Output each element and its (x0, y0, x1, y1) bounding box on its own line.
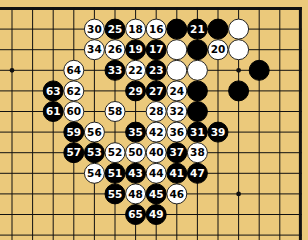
black-stone-icon (208, 122, 228, 142)
white-stone-icon (229, 40, 249, 60)
black-stone-icon (84, 143, 104, 163)
white-stone-icon (187, 143, 207, 163)
go-diagram: 3025181621342619172064332223636229272461… (0, 0, 308, 240)
black-stone-icon (187, 163, 207, 183)
black-stone-icon (43, 102, 63, 122)
black-stone-icon (146, 60, 166, 80)
stone-black-37[interactable]: 37 (167, 143, 187, 163)
black-stone-icon (229, 81, 249, 101)
stone-black[interactable] (187, 102, 207, 122)
white-stone-icon (146, 102, 166, 122)
go-board[interactable]: 3025181621342619172064332223636229272461… (0, 0, 308, 240)
stone-white-18[interactable]: 18 (126, 19, 146, 39)
black-stone-icon (187, 19, 207, 39)
stone-black-27[interactable]: 27 (146, 81, 166, 101)
white-stone-icon (167, 184, 187, 204)
stone-white-44[interactable]: 44 (146, 163, 166, 183)
stone-black[interactable] (187, 40, 207, 60)
stone-white-42[interactable]: 42 (146, 122, 166, 142)
star-point (10, 68, 15, 73)
black-stone-icon (64, 122, 84, 142)
stone-black[interactable] (229, 81, 249, 101)
black-stone-icon (146, 184, 166, 204)
stone-white-30[interactable]: 30 (84, 19, 104, 39)
black-stone-icon (126, 163, 146, 183)
stone-black[interactable] (167, 19, 187, 39)
white-stone-icon (167, 81, 187, 101)
white-stone-icon (146, 143, 166, 163)
white-stone-icon (146, 163, 166, 183)
stone-black-23[interactable]: 23 (146, 60, 166, 80)
stone-black-45[interactable]: 45 (146, 184, 166, 204)
stone-black-39[interactable]: 39 (208, 122, 228, 142)
black-stone-icon (126, 81, 146, 101)
stone-black-63[interactable]: 63 (43, 81, 63, 101)
black-stone-icon (187, 81, 207, 101)
stone-black-57[interactable]: 57 (64, 143, 84, 163)
black-stone-icon (105, 184, 125, 204)
black-stone-icon (249, 60, 269, 80)
stone-white-34[interactable]: 34 (84, 40, 104, 60)
stone-black-51[interactable]: 51 (105, 163, 125, 183)
stone-white-60[interactable]: 60 (64, 102, 84, 122)
black-stone-icon (167, 143, 187, 163)
stone-black-41[interactable]: 41 (167, 163, 187, 183)
black-stone-icon (43, 81, 63, 101)
stone-white-20[interactable]: 20 (208, 40, 228, 60)
white-stone-icon (64, 81, 84, 101)
black-stone-icon (146, 81, 166, 101)
black-stone-icon (126, 40, 146, 60)
black-stone-icon (187, 102, 207, 122)
stone-white-56[interactable]: 56 (84, 122, 104, 142)
black-stone-icon (146, 205, 166, 225)
white-stone-icon (105, 40, 125, 60)
stone-white[interactable] (167, 60, 187, 80)
stone-white-46[interactable]: 46 (167, 184, 187, 204)
white-stone-icon (146, 122, 166, 142)
stone-black-17[interactable]: 17 (146, 40, 166, 60)
stone-white[interactable] (229, 40, 249, 60)
black-stone-icon (105, 60, 125, 80)
black-stone-icon (167, 19, 187, 39)
stone-white-54[interactable]: 54 (84, 163, 104, 183)
black-stone-icon (187, 122, 207, 142)
white-stone-icon (64, 102, 84, 122)
stone-black-61[interactable]: 61 (43, 102, 63, 122)
stone-white-50[interactable]: 50 (126, 143, 146, 163)
stone-black[interactable] (187, 81, 207, 101)
stone-black-43[interactable]: 43 (126, 163, 146, 183)
stone-white[interactable] (187, 60, 207, 80)
stone-white-26[interactable]: 26 (105, 40, 125, 60)
stone-black-19[interactable]: 19 (126, 40, 146, 60)
stone-black-55[interactable]: 55 (105, 184, 125, 204)
white-stone-icon (84, 40, 104, 60)
black-stone-icon (105, 19, 125, 39)
stone-black-33[interactable]: 33 (105, 60, 125, 80)
stone-white-36[interactable]: 36 (167, 122, 187, 142)
black-stone-icon (187, 40, 207, 60)
stone-black-65[interactable]: 65 (126, 205, 146, 225)
white-stone-icon (146, 19, 166, 39)
stone-white-62[interactable]: 62 (64, 81, 84, 101)
stone-white-22[interactable]: 22 (126, 60, 146, 80)
stone-black-47[interactable]: 47 (187, 163, 207, 183)
white-stone-icon (126, 19, 146, 39)
stone-black-21[interactable]: 21 (187, 19, 207, 39)
white-stone-icon (229, 19, 249, 39)
stone-black-49[interactable]: 49 (146, 205, 166, 225)
stone-white-24[interactable]: 24 (167, 81, 187, 101)
black-stone-icon (167, 163, 187, 183)
white-stone-icon (84, 163, 104, 183)
stone-black-29[interactable]: 29 (126, 81, 146, 101)
star-point (236, 68, 241, 73)
white-stone-icon (126, 60, 146, 80)
stone-white[interactable] (167, 40, 187, 60)
black-stone-icon (105, 163, 125, 183)
white-stone-icon (167, 40, 187, 60)
stone-black-53[interactable]: 53 (84, 143, 104, 163)
white-stone-icon (64, 60, 84, 80)
black-stone-icon (126, 205, 146, 225)
white-stone-icon (84, 19, 104, 39)
stone-white-38[interactable]: 38 (187, 143, 207, 163)
white-stone-icon (126, 184, 146, 204)
stone-white-58[interactable]: 58 (105, 102, 125, 122)
black-stone-icon (126, 122, 146, 142)
stone-black[interactable] (208, 19, 228, 39)
black-stone-icon (64, 143, 84, 163)
white-stone-icon (187, 60, 207, 80)
stone-black[interactable] (249, 60, 269, 80)
stone-white-40[interactable]: 40 (146, 143, 166, 163)
stone-white[interactable] (229, 19, 249, 39)
stone-white-28[interactable]: 28 (146, 102, 166, 122)
stone-white-48[interactable]: 48 (126, 184, 146, 204)
stone-white-32[interactable]: 32 (167, 102, 187, 122)
black-stone-icon (208, 19, 228, 39)
white-stone-icon (167, 60, 187, 80)
white-stone-icon (105, 143, 125, 163)
star-point (236, 192, 241, 197)
stone-black-25[interactable]: 25 (105, 19, 125, 39)
stone-white-52[interactable]: 52 (105, 143, 125, 163)
white-stone-icon (167, 122, 187, 142)
white-stone-icon (208, 40, 228, 60)
white-stone-icon (84, 122, 104, 142)
stone-black-59[interactable]: 59 (64, 122, 84, 142)
stone-black-35[interactable]: 35 (126, 122, 146, 142)
white-stone-icon (105, 102, 125, 122)
stone-white-64[interactable]: 64 (64, 60, 84, 80)
stone-black-31[interactable]: 31 (187, 122, 207, 142)
stone-white-16[interactable]: 16 (146, 19, 166, 39)
black-stone-icon (146, 40, 166, 60)
white-stone-icon (126, 143, 146, 163)
white-stone-icon (167, 102, 187, 122)
